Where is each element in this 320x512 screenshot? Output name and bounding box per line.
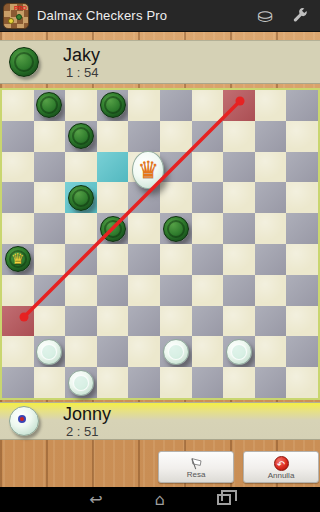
square-r8c0[interactable] <box>2 336 34 367</box>
square-r7c0[interactable] <box>2 306 34 337</box>
square-r5c5[interactable] <box>160 244 192 275</box>
square-r6c9[interactable] <box>286 275 318 306</box>
green-king-piece[interactable]: ♛ <box>5 246 31 272</box>
square-r4c4[interactable] <box>128 213 160 244</box>
square-r9c3[interactable] <box>97 367 129 398</box>
square-r5c9[interactable] <box>286 244 318 275</box>
white-man-piece[interactable] <box>163 339 189 365</box>
settings-wrench-icon[interactable] <box>291 7 308 24</box>
home-icon[interactable]: ⌂ <box>155 492 165 508</box>
player-bar-top: Jaky 1 : 54 <box>0 40 320 84</box>
white-man-piece[interactable] <box>36 339 62 365</box>
white-flag-icon <box>189 457 204 470</box>
square-r8c3[interactable] <box>97 336 129 367</box>
square-r4c2[interactable] <box>65 213 97 244</box>
square-r8c2[interactable] <box>65 336 97 367</box>
square-r0c9[interactable] <box>286 90 318 121</box>
square-r4c5[interactable] <box>160 213 192 244</box>
action-bar-icons: ⛀ <box>257 6 320 25</box>
square-r1c9[interactable] <box>286 121 318 152</box>
square-r9c0[interactable] <box>2 367 34 398</box>
white-player-piece-icon <box>9 406 39 436</box>
square-r5c8[interactable] <box>255 244 287 275</box>
app-icon-dot <box>8 18 14 24</box>
green-man-piece[interactable] <box>163 216 189 242</box>
square-r2c8[interactable] <box>255 152 287 183</box>
square-r9c6[interactable] <box>192 367 224 398</box>
turn-indicator-dot <box>18 415 26 423</box>
green-man-piece[interactable] <box>100 92 126 118</box>
square-r9c2[interactable] <box>65 367 97 398</box>
square-r0c7[interactable] <box>223 90 255 121</box>
square-r0c5[interactable] <box>160 90 192 121</box>
green-man-piece[interactable] <box>36 92 62 118</box>
square-r0c3[interactable] <box>97 90 129 121</box>
square-r4c9[interactable] <box>286 213 318 244</box>
square-r1c8[interactable] <box>255 121 287 152</box>
square-r7c3[interactable] <box>97 306 129 337</box>
undo-label: Annulla <box>268 472 295 480</box>
square-r1c7[interactable] <box>223 121 255 152</box>
action-bar: PRO Dalmax Checkers Pro ⛀ <box>0 0 320 32</box>
square-r7c1[interactable] <box>34 306 66 337</box>
square-r8c7[interactable] <box>223 336 255 367</box>
square-r1c2[interactable] <box>65 121 97 152</box>
square-r5c2[interactable] <box>65 244 97 275</box>
resign-label: Resa <box>187 471 206 479</box>
square-r4c3[interactable] <box>97 213 129 244</box>
square-r2c0[interactable] <box>2 152 34 183</box>
square-r2c7[interactable] <box>223 152 255 183</box>
square-r0c4[interactable] <box>128 90 160 121</box>
square-r4c1[interactable] <box>34 213 66 244</box>
square-r6c8[interactable] <box>255 275 287 306</box>
square-r1c6[interactable] <box>192 121 224 152</box>
square-r8c9[interactable] <box>286 336 318 367</box>
undo-button[interactable]: ↶ Annulla <box>243 451 319 483</box>
square-r5c1[interactable] <box>34 244 66 275</box>
board-cells: ♛♛ <box>2 90 318 398</box>
square-r1c1[interactable] <box>34 121 66 152</box>
green-player-piece-icon <box>9 47 39 77</box>
square-r2c6[interactable] <box>192 152 224 183</box>
checkers-board[interactable]: ♛♛ <box>0 88 320 400</box>
square-r3c9[interactable] <box>286 182 318 213</box>
white-man-piece[interactable] <box>226 339 252 365</box>
square-r8c6[interactable] <box>192 336 224 367</box>
square-r7c8[interactable] <box>255 306 287 337</box>
back-icon[interactable]: ↩ <box>89 492 102 508</box>
app-screen: PRO Dalmax Checkers Pro ⛀ Jaky 1 : 54 ♛♛ <box>0 0 320 512</box>
recents-icon[interactable] <box>217 494 231 505</box>
square-r5c6[interactable] <box>192 244 224 275</box>
square-r3c0[interactable] <box>2 182 34 213</box>
square-r3c2[interactable] <box>65 182 97 213</box>
game-buttons: Resa ↶ Annulla <box>158 451 319 483</box>
square-r7c2[interactable] <box>65 306 97 337</box>
player-name-bottom: Jonny <box>63 404 111 424</box>
square-r9c1[interactable] <box>34 367 66 398</box>
square-r6c4[interactable] <box>128 275 160 306</box>
square-r1c4[interactable] <box>128 121 160 152</box>
crown-icon: ♛ <box>133 152 163 188</box>
square-r3c7[interactable] <box>223 182 255 213</box>
app-icon[interactable]: PRO <box>3 3 29 29</box>
pieces-menu-icon[interactable]: ⛀ <box>257 6 273 25</box>
app-icon-pro-text: PRO <box>14 5 27 11</box>
square-r4c7[interactable] <box>223 213 255 244</box>
square-r7c4[interactable] <box>128 306 160 337</box>
square-r6c6[interactable] <box>192 275 224 306</box>
app-title: Dalmax Checkers Pro <box>37 8 167 23</box>
square-r6c0[interactable] <box>2 275 34 306</box>
square-r1c5[interactable] <box>160 121 192 152</box>
square-r3c8[interactable] <box>255 182 287 213</box>
green-man-piece[interactable] <box>68 123 94 149</box>
square-r7c7[interactable] <box>223 306 255 337</box>
green-man-piece[interactable] <box>68 185 94 211</box>
undo-icon: ↶ <box>274 456 289 471</box>
square-r9c8[interactable] <box>255 367 287 398</box>
white-man-piece[interactable] <box>68 370 94 396</box>
square-r2c4[interactable]: ♛ <box>128 152 160 183</box>
square-r6c1[interactable] <box>34 275 66 306</box>
green-man-piece[interactable] <box>100 216 126 242</box>
white-queen-piece[interactable]: ♛ <box>132 151 164 189</box>
square-r4c8[interactable] <box>255 213 287 244</box>
square-r1c0[interactable] <box>2 121 34 152</box>
square-r6c5[interactable] <box>160 275 192 306</box>
square-r0c6[interactable] <box>192 90 224 121</box>
square-r9c7[interactable] <box>223 367 255 398</box>
square-r8c8[interactable] <box>255 336 287 367</box>
square-r0c2[interactable] <box>65 90 97 121</box>
square-r8c1[interactable] <box>34 336 66 367</box>
square-r7c5[interactable] <box>160 306 192 337</box>
square-r6c2[interactable] <box>65 275 97 306</box>
square-r5c4[interactable] <box>128 244 160 275</box>
android-nav-bar: ↩ ⌂ <box>0 487 320 512</box>
square-r3c6[interactable] <box>192 182 224 213</box>
square-r9c4[interactable] <box>128 367 160 398</box>
square-r0c0[interactable] <box>2 90 34 121</box>
square-r8c4[interactable] <box>128 336 160 367</box>
square-r6c7[interactable] <box>223 275 255 306</box>
square-r6c3[interactable] <box>97 275 129 306</box>
square-r4c6[interactable] <box>192 213 224 244</box>
square-r9c9[interactable] <box>286 367 318 398</box>
crown-icon: ♛ <box>6 247 30 271</box>
square-r2c1[interactable] <box>34 152 66 183</box>
square-r5c7[interactable] <box>223 244 255 275</box>
square-r2c3[interactable] <box>97 152 129 183</box>
player-time-bottom: 2 : 51 <box>66 424 111 439</box>
square-r7c9[interactable] <box>286 306 318 337</box>
square-r4c0[interactable] <box>2 213 34 244</box>
square-r9c5[interactable] <box>160 367 192 398</box>
resign-button[interactable]: Resa <box>158 451 234 483</box>
square-r3c5[interactable] <box>160 182 192 213</box>
square-r0c1[interactable] <box>34 90 66 121</box>
player-bar-bottom: Jonny 2 : 51 <box>0 402 320 440</box>
square-r3c1[interactable] <box>34 182 66 213</box>
square-r8c5[interactable] <box>160 336 192 367</box>
player-name-top: Jaky <box>63 45 100 65</box>
wood-background: Jaky 1 : 54 ♛♛ Jonny 2 : 51 <box>0 32 320 487</box>
square-r5c3[interactable] <box>97 244 129 275</box>
app-icon-dot2 <box>16 14 22 20</box>
square-r5c0[interactable]: ♛ <box>2 244 34 275</box>
square-r2c5[interactable] <box>160 152 192 183</box>
square-r0c8[interactable] <box>255 90 287 121</box>
square-r2c2[interactable] <box>65 152 97 183</box>
square-r3c3[interactable] <box>97 182 129 213</box>
player-time-top: 1 : 54 <box>66 65 100 80</box>
square-r2c9[interactable] <box>286 152 318 183</box>
square-r1c3[interactable] <box>97 121 129 152</box>
square-r7c6[interactable] <box>192 306 224 337</box>
